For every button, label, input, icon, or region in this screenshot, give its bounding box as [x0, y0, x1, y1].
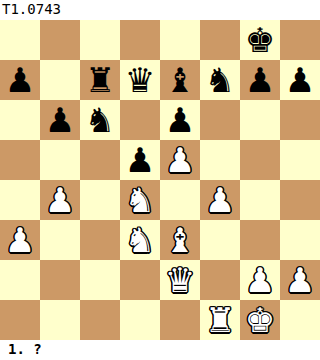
page-title: T1.0743 — [0, 0, 320, 20]
square-d8[interactable] — [120, 20, 160, 60]
square-h4[interactable] — [280, 180, 320, 220]
square-h3[interactable] — [280, 220, 320, 260]
square-c3[interactable] — [80, 220, 120, 260]
piece-black-pawn: ♟ — [285, 60, 315, 100]
square-g6[interactable] — [240, 100, 280, 140]
square-h2[interactable]: ♟ — [280, 260, 320, 300]
piece-black-queen: ♛ — [125, 60, 155, 100]
square-f7[interactable]: ♞ — [200, 60, 240, 100]
square-g7[interactable]: ♟ — [240, 60, 280, 100]
piece-black-knight: ♞ — [85, 100, 115, 140]
square-d4[interactable]: ♞ — [120, 180, 160, 220]
piece-white-pawn: ♟ — [285, 260, 315, 300]
square-c4[interactable] — [80, 180, 120, 220]
square-b7[interactable] — [40, 60, 80, 100]
square-b3[interactable] — [40, 220, 80, 260]
square-f3[interactable] — [200, 220, 240, 260]
piece-white-pawn: ♟ — [165, 140, 195, 180]
square-g5[interactable] — [240, 140, 280, 180]
square-g8[interactable]: ♚ — [240, 20, 280, 60]
square-c2[interactable] — [80, 260, 120, 300]
square-c5[interactable] — [80, 140, 120, 180]
square-c7[interactable]: ♜ — [80, 60, 120, 100]
piece-white-knight: ♞ — [125, 220, 155, 260]
square-a5[interactable] — [0, 140, 40, 180]
square-f1[interactable]: ♜ — [200, 300, 240, 340]
piece-black-king: ♚ — [245, 20, 275, 60]
piece-black-knight: ♞ — [205, 60, 235, 100]
square-b6[interactable]: ♟ — [40, 100, 80, 140]
square-g1[interactable]: ♚ — [240, 300, 280, 340]
piece-white-pawn: ♟ — [205, 180, 235, 220]
square-e1[interactable] — [160, 300, 200, 340]
piece-white-rook: ♜ — [205, 300, 235, 340]
square-e8[interactable] — [160, 20, 200, 60]
piece-white-queen: ♛ — [165, 260, 195, 300]
move-prompt: 1. ? — [0, 340, 320, 360]
square-h7[interactable]: ♟ — [280, 60, 320, 100]
square-c8[interactable] — [80, 20, 120, 60]
piece-white-pawn: ♟ — [5, 220, 35, 260]
piece-black-rook: ♜ — [85, 60, 115, 100]
chess-diagram: T1.0743 ♚♟♜♛♝♞♟♟♟♞♟♟♟♟♞♟♟♞♝♛♟♟♜♚ 1. ? — [0, 0, 320, 360]
square-h6[interactable] — [280, 100, 320, 140]
square-b4[interactable]: ♟ — [40, 180, 80, 220]
square-d1[interactable] — [120, 300, 160, 340]
square-a6[interactable] — [0, 100, 40, 140]
square-d6[interactable] — [120, 100, 160, 140]
piece-white-pawn: ♟ — [245, 260, 275, 300]
square-h1[interactable] — [280, 300, 320, 340]
square-d3[interactable]: ♞ — [120, 220, 160, 260]
square-b5[interactable] — [40, 140, 80, 180]
square-g4[interactable] — [240, 180, 280, 220]
square-f6[interactable] — [200, 100, 240, 140]
square-a2[interactable] — [0, 260, 40, 300]
square-e7[interactable]: ♝ — [160, 60, 200, 100]
square-e3[interactable]: ♝ — [160, 220, 200, 260]
piece-white-knight: ♞ — [125, 180, 155, 220]
square-h8[interactable] — [280, 20, 320, 60]
square-a7[interactable]: ♟ — [0, 60, 40, 100]
piece-white-king: ♚ — [245, 300, 275, 340]
chess-board: ♚♟♜♛♝♞♟♟♟♞♟♟♟♟♞♟♟♞♝♛♟♟♜♚ — [0, 20, 320, 340]
square-e2[interactable]: ♛ — [160, 260, 200, 300]
square-e6[interactable]: ♟ — [160, 100, 200, 140]
piece-white-bishop: ♝ — [165, 220, 195, 260]
piece-black-pawn: ♟ — [5, 60, 35, 100]
piece-black-bishop: ♝ — [165, 60, 195, 100]
square-h5[interactable] — [280, 140, 320, 180]
square-e4[interactable] — [160, 180, 200, 220]
square-f8[interactable] — [200, 20, 240, 60]
square-a3[interactable]: ♟ — [0, 220, 40, 260]
square-a8[interactable] — [0, 20, 40, 60]
piece-black-pawn: ♟ — [45, 100, 75, 140]
square-b2[interactable] — [40, 260, 80, 300]
square-a4[interactable] — [0, 180, 40, 220]
piece-black-pawn: ♟ — [245, 60, 275, 100]
square-b8[interactable] — [40, 20, 80, 60]
square-e5[interactable]: ♟ — [160, 140, 200, 180]
square-d5[interactable]: ♟ — [120, 140, 160, 180]
square-d7[interactable]: ♛ — [120, 60, 160, 100]
square-b1[interactable] — [40, 300, 80, 340]
square-d2[interactable] — [120, 260, 160, 300]
piece-black-pawn: ♟ — [165, 100, 195, 140]
square-c6[interactable]: ♞ — [80, 100, 120, 140]
square-a1[interactable] — [0, 300, 40, 340]
square-f4[interactable]: ♟ — [200, 180, 240, 220]
square-f5[interactable] — [200, 140, 240, 180]
piece-black-pawn: ♟ — [125, 140, 155, 180]
square-c1[interactable] — [80, 300, 120, 340]
piece-white-pawn: ♟ — [45, 180, 75, 220]
square-f2[interactable] — [200, 260, 240, 300]
square-g3[interactable] — [240, 220, 280, 260]
square-g2[interactable]: ♟ — [240, 260, 280, 300]
